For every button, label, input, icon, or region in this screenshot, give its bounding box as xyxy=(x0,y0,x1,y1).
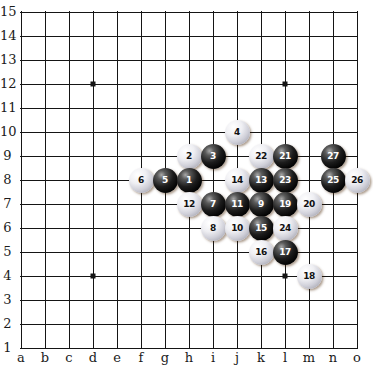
intersection-n8[interactable]: 25 xyxy=(321,168,345,192)
intersection-j4[interactable] xyxy=(225,264,249,288)
intersection-f14[interactable] xyxy=(129,24,153,48)
intersection-c14[interactable] xyxy=(57,24,81,48)
stone-move-number: 15 xyxy=(255,223,267,233)
intersection-j6[interactable]: 10 xyxy=(225,216,249,240)
intersection-m4[interactable]: 18 xyxy=(297,264,321,288)
intersection-l13[interactable] xyxy=(273,48,297,72)
white-stone-16: 16 xyxy=(249,240,274,265)
intersection-f13[interactable] xyxy=(129,48,153,72)
row-label-7: 7 xyxy=(0,197,15,211)
black-stone-7: 7 xyxy=(201,192,226,217)
intersection-l2[interactable] xyxy=(273,312,297,336)
intersection-j15[interactable] xyxy=(225,0,249,24)
intersection-o15[interactable] xyxy=(345,0,369,24)
intersection-g15[interactable] xyxy=(153,0,177,24)
intersection-i7[interactable]: 7 xyxy=(201,192,225,216)
white-stone-10: 10 xyxy=(225,216,250,241)
intersection-m11[interactable] xyxy=(297,96,321,120)
intersection-b5[interactable] xyxy=(33,240,57,264)
intersection-g5[interactable] xyxy=(153,240,177,264)
intersection-c8[interactable] xyxy=(57,168,81,192)
black-stone-15: 15 xyxy=(249,216,274,241)
intersection-e12[interactable] xyxy=(105,72,129,96)
board-grid[interactable]: 4232221276511413232526127119192081015241… xyxy=(9,0,369,360)
intersection-b13[interactable] xyxy=(33,48,57,72)
column-label-l: l xyxy=(278,351,292,364)
intersection-n6[interactable] xyxy=(321,216,345,240)
intersection-b11[interactable] xyxy=(33,96,57,120)
intersection-g6[interactable] xyxy=(153,216,177,240)
intersection-g8[interactable]: 5 xyxy=(153,168,177,192)
intersection-b6[interactable] xyxy=(33,216,57,240)
intersection-f15[interactable] xyxy=(129,0,153,24)
row-label-6: 6 xyxy=(0,221,15,235)
intersection-o2[interactable] xyxy=(345,312,369,336)
black-stone-9: 9 xyxy=(249,192,274,217)
intersection-e11[interactable] xyxy=(105,96,129,120)
intersection-g11[interactable] xyxy=(153,96,177,120)
intersection-i12[interactable] xyxy=(201,72,225,96)
intersection-c4[interactable] xyxy=(57,264,81,288)
stone-move-number: 24 xyxy=(279,223,291,233)
stone-move-number: 5 xyxy=(162,175,168,185)
intersection-h3[interactable] xyxy=(177,288,201,312)
black-stone-23: 23 xyxy=(273,168,298,193)
intersection-l7[interactable]: 19 xyxy=(273,192,297,216)
intersection-n12[interactable] xyxy=(321,72,345,96)
stone-move-number: 17 xyxy=(279,247,291,257)
intersection-j13[interactable] xyxy=(225,48,249,72)
stone-move-number: 9 xyxy=(258,199,264,209)
column-label-m: m xyxy=(302,351,316,364)
intersection-h14[interactable] xyxy=(177,24,201,48)
intersection-h9[interactable]: 2 xyxy=(177,144,201,168)
intersection-h11[interactable] xyxy=(177,96,201,120)
intersection-b7[interactable] xyxy=(33,192,57,216)
intersection-e14[interactable] xyxy=(105,24,129,48)
white-stone-12: 12 xyxy=(177,192,202,217)
intersection-k7[interactable]: 9 xyxy=(249,192,273,216)
stone-move-number: 18 xyxy=(303,271,315,281)
intersection-j3[interactable] xyxy=(225,288,249,312)
intersection-n10[interactable] xyxy=(321,120,345,144)
intersection-g14[interactable] xyxy=(153,24,177,48)
stone-move-number: 12 xyxy=(183,199,195,209)
stone-move-number: 7 xyxy=(210,199,216,209)
intersection-o4[interactable] xyxy=(345,264,369,288)
intersection-e2[interactable] xyxy=(105,312,129,336)
black-stone-5: 5 xyxy=(153,168,178,193)
intersection-e10[interactable] xyxy=(105,120,129,144)
intersection-j12[interactable] xyxy=(225,72,249,96)
row-label-2: 2 xyxy=(0,317,15,331)
intersection-k11[interactable] xyxy=(249,96,273,120)
stone-move-number: 13 xyxy=(255,175,267,185)
intersection-d3[interactable] xyxy=(81,288,105,312)
intersection-d5[interactable] xyxy=(81,240,105,264)
white-stone-24: 24 xyxy=(273,216,298,241)
intersection-o8[interactable]: 26 xyxy=(345,168,369,192)
intersection-g12[interactable] xyxy=(153,72,177,96)
intersection-i8[interactable] xyxy=(201,168,225,192)
stone-move-number: 1 xyxy=(186,175,192,185)
stone-move-number: 22 xyxy=(255,151,267,161)
intersection-f4[interactable] xyxy=(129,264,153,288)
intersection-e7[interactable] xyxy=(105,192,129,216)
intersection-g4[interactable] xyxy=(153,264,177,288)
stone-move-number: 14 xyxy=(231,175,243,185)
intersection-f3[interactable] xyxy=(129,288,153,312)
intersection-d14[interactable] xyxy=(81,24,105,48)
intersection-i10[interactable] xyxy=(201,120,225,144)
white-stone-18: 18 xyxy=(297,264,322,289)
intersection-f10[interactable] xyxy=(129,120,153,144)
intersection-f8[interactable]: 6 xyxy=(129,168,153,192)
stone-move-number: 19 xyxy=(279,199,291,209)
stone-move-number: 11 xyxy=(231,199,243,209)
row-label-9: 9 xyxy=(0,149,15,163)
black-stone-3: 3 xyxy=(201,144,226,169)
intersection-o10[interactable] xyxy=(345,120,369,144)
intersection-l10[interactable] xyxy=(273,120,297,144)
intersection-i15[interactable] xyxy=(201,0,225,24)
stone-move-number: 23 xyxy=(279,175,291,185)
intersection-k5[interactable]: 16 xyxy=(249,240,273,264)
intersection-k8[interactable]: 13 xyxy=(249,168,273,192)
intersection-l11[interactable] xyxy=(273,96,297,120)
stone-move-number: 20 xyxy=(303,199,315,209)
intersection-l15[interactable] xyxy=(273,0,297,24)
intersection-n11[interactable] xyxy=(321,96,345,120)
column-label-c: c xyxy=(62,351,76,364)
intersection-l4-star-point[interactable] xyxy=(273,264,297,288)
intersection-m13[interactable] xyxy=(297,48,321,72)
intersection-d6[interactable] xyxy=(81,216,105,240)
stone-move-number: 10 xyxy=(231,223,243,233)
intersection-b3[interactable] xyxy=(33,288,57,312)
intersection-c12[interactable] xyxy=(57,72,81,96)
intersection-h12[interactable] xyxy=(177,72,201,96)
intersection-j10[interactable]: 4 xyxy=(225,120,249,144)
intersection-g10[interactable] xyxy=(153,120,177,144)
stone-move-number: 21 xyxy=(279,151,291,161)
intersection-l14[interactable] xyxy=(273,24,297,48)
intersection-o13[interactable] xyxy=(345,48,369,72)
stone-move-number: 26 xyxy=(351,175,363,185)
intersection-o9[interactable] xyxy=(345,144,369,168)
black-stone-25: 25 xyxy=(321,168,346,193)
intersection-e9[interactable] xyxy=(105,144,129,168)
intersection-d2[interactable] xyxy=(81,312,105,336)
intersection-c10[interactable] xyxy=(57,120,81,144)
intersection-d11[interactable] xyxy=(81,96,105,120)
intersection-c9[interactable] xyxy=(57,144,81,168)
intersection-o3[interactable] xyxy=(345,288,369,312)
intersection-d13[interactable] xyxy=(81,48,105,72)
intersection-l9[interactable]: 21 xyxy=(273,144,297,168)
intersection-h15[interactable] xyxy=(177,0,201,24)
black-stone-17: 17 xyxy=(273,240,298,265)
intersection-j14[interactable] xyxy=(225,24,249,48)
intersection-n7[interactable] xyxy=(321,192,345,216)
row-label-1: 1 xyxy=(0,341,15,355)
white-stone-20: 20 xyxy=(297,192,322,217)
column-label-h: h xyxy=(182,351,196,364)
intersection-o11[interactable] xyxy=(345,96,369,120)
intersection-b2[interactable] xyxy=(33,312,57,336)
intersection-c13[interactable] xyxy=(57,48,81,72)
intersection-l6[interactable]: 24 xyxy=(273,216,297,240)
intersection-j2[interactable] xyxy=(225,312,249,336)
intersection-b9[interactable] xyxy=(33,144,57,168)
intersection-l12-star-point[interactable] xyxy=(273,72,297,96)
intersection-f7[interactable] xyxy=(129,192,153,216)
intersection-k6[interactable]: 15 xyxy=(249,216,273,240)
column-label-d: d xyxy=(86,351,100,364)
intersection-k12[interactable] xyxy=(249,72,273,96)
stone-move-number: 2 xyxy=(186,151,192,161)
intersection-i4[interactable] xyxy=(201,264,225,288)
intersection-m5[interactable] xyxy=(297,240,321,264)
intersection-g3[interactable] xyxy=(153,288,177,312)
intersection-c15[interactable] xyxy=(57,0,81,24)
intersection-i13[interactable] xyxy=(201,48,225,72)
intersection-o6[interactable] xyxy=(345,216,369,240)
intersection-m2[interactable] xyxy=(297,312,321,336)
intersection-d8[interactable] xyxy=(81,168,105,192)
row-label-11: 11 xyxy=(0,101,15,115)
intersection-n14[interactable] xyxy=(321,24,345,48)
intersection-i6[interactable]: 8 xyxy=(201,216,225,240)
black-stone-11: 11 xyxy=(225,192,250,217)
intersection-e6[interactable] xyxy=(105,216,129,240)
intersection-e15[interactable] xyxy=(105,0,129,24)
intersection-h8-star-point[interactable]: 1 xyxy=(177,168,201,192)
intersection-c7[interactable] xyxy=(57,192,81,216)
intersection-n5[interactable] xyxy=(321,240,345,264)
intersection-f9[interactable] xyxy=(129,144,153,168)
intersection-m14[interactable] xyxy=(297,24,321,48)
intersection-d9[interactable] xyxy=(81,144,105,168)
intersection-j8[interactable]: 14 xyxy=(225,168,249,192)
row-label-5: 5 xyxy=(0,245,15,259)
intersection-n3[interactable] xyxy=(321,288,345,312)
column-label-g: g xyxy=(158,351,172,364)
intersection-e4[interactable] xyxy=(105,264,129,288)
white-stone-22: 22 xyxy=(249,144,274,169)
intersection-m10[interactable] xyxy=(297,120,321,144)
stone-move-number: 4 xyxy=(234,127,240,137)
intersection-n2[interactable] xyxy=(321,312,345,336)
intersection-g9[interactable] xyxy=(153,144,177,168)
intersection-h13[interactable] xyxy=(177,48,201,72)
intersection-c3[interactable] xyxy=(57,288,81,312)
intersection-e13[interactable] xyxy=(105,48,129,72)
intersection-i14[interactable] xyxy=(201,24,225,48)
intersection-f2[interactable] xyxy=(129,312,153,336)
intersection-f5[interactable] xyxy=(129,240,153,264)
intersection-c11[interactable] xyxy=(57,96,81,120)
intersection-c2[interactable] xyxy=(57,312,81,336)
white-stone-14: 14 xyxy=(225,168,250,193)
black-stone-27: 27 xyxy=(321,144,346,169)
column-label-a: a xyxy=(14,351,28,364)
intersection-d10[interactable] xyxy=(81,120,105,144)
white-stone-2: 2 xyxy=(177,144,202,169)
intersection-d7[interactable] xyxy=(81,192,105,216)
black-stone-21: 21 xyxy=(273,144,298,169)
intersection-h7[interactable]: 12 xyxy=(177,192,201,216)
column-label-j: j xyxy=(230,351,244,364)
black-stone-19: 19 xyxy=(273,192,298,217)
intersection-k13[interactable] xyxy=(249,48,273,72)
white-stone-4: 4 xyxy=(225,120,250,145)
intersection-o14[interactable] xyxy=(345,24,369,48)
intersection-m7[interactable]: 20 xyxy=(297,192,321,216)
intersection-h5[interactable] xyxy=(177,240,201,264)
intersection-m3[interactable] xyxy=(297,288,321,312)
intersection-k9[interactable]: 22 xyxy=(249,144,273,168)
row-label-3: 3 xyxy=(0,293,15,307)
intersection-n13[interactable] xyxy=(321,48,345,72)
row-label-15: 15 xyxy=(0,5,15,19)
column-label-b: b xyxy=(38,351,52,364)
white-stone-6: 6 xyxy=(129,168,154,193)
intersection-b12[interactable] xyxy=(33,72,57,96)
intersection-b14[interactable] xyxy=(33,24,57,48)
row-label-12: 12 xyxy=(0,77,15,91)
column-label-n: n xyxy=(326,351,340,364)
row-label-10: 10 xyxy=(0,125,15,139)
intersection-g2[interactable] xyxy=(153,312,177,336)
intersection-f6[interactable] xyxy=(129,216,153,240)
intersection-n15[interactable] xyxy=(321,0,345,24)
intersection-o7[interactable] xyxy=(345,192,369,216)
gomoku-board-screenshot: 4232221276511413232526127119192081015241… xyxy=(0,0,373,371)
intersection-e5[interactable] xyxy=(105,240,129,264)
intersection-g13[interactable] xyxy=(153,48,177,72)
stone-move-number: 8 xyxy=(210,223,216,233)
intersection-m6[interactable] xyxy=(297,216,321,240)
intersection-d12-star-point[interactable] xyxy=(81,72,105,96)
intersection-b15[interactable] xyxy=(33,0,57,24)
intersection-k10[interactable] xyxy=(249,120,273,144)
intersection-l3[interactable] xyxy=(273,288,297,312)
column-label-e: e xyxy=(110,351,124,364)
intersection-o5[interactable] xyxy=(345,240,369,264)
stone-move-number: 25 xyxy=(327,175,339,185)
intersection-i5[interactable] xyxy=(201,240,225,264)
white-stone-8: 8 xyxy=(201,216,226,241)
black-stone-1: 1 xyxy=(177,168,202,193)
intersection-h6[interactable] xyxy=(177,216,201,240)
white-stone-26: 26 xyxy=(345,168,370,193)
stone-move-number: 16 xyxy=(255,247,267,257)
intersection-e3[interactable] xyxy=(105,288,129,312)
intersection-i11[interactable] xyxy=(201,96,225,120)
column-label-k: k xyxy=(254,351,268,364)
black-stone-13: 13 xyxy=(249,168,274,193)
intersection-k3[interactable] xyxy=(249,288,273,312)
intersection-m9[interactable] xyxy=(297,144,321,168)
intersection-m12[interactable] xyxy=(297,72,321,96)
row-label-4: 4 xyxy=(0,269,15,283)
intersection-l8[interactable]: 23 xyxy=(273,168,297,192)
intersection-m8[interactable] xyxy=(297,168,321,192)
intersection-d4-star-point[interactable] xyxy=(81,264,105,288)
intersection-j11[interactable] xyxy=(225,96,249,120)
intersection-h10[interactable] xyxy=(177,120,201,144)
intersection-b10[interactable] xyxy=(33,120,57,144)
stone-move-number: 6 xyxy=(138,175,144,185)
intersection-e8[interactable] xyxy=(105,168,129,192)
intersection-o12[interactable] xyxy=(345,72,369,96)
intersection-n4[interactable] xyxy=(321,264,345,288)
intersection-l5[interactable]: 17 xyxy=(273,240,297,264)
intersection-d15[interactable] xyxy=(81,0,105,24)
intersection-h2[interactable] xyxy=(177,312,201,336)
intersection-b8[interactable] xyxy=(33,168,57,192)
stone-move-number: 27 xyxy=(327,151,339,161)
row-label-14: 14 xyxy=(0,29,15,43)
intersection-f12[interactable] xyxy=(129,72,153,96)
intersection-m15[interactable] xyxy=(297,0,321,24)
intersection-j5[interactable] xyxy=(225,240,249,264)
intersection-i2[interactable] xyxy=(201,312,225,336)
row-label-8: 8 xyxy=(0,173,15,187)
intersection-i9[interactable]: 3 xyxy=(201,144,225,168)
intersection-j7[interactable]: 11 xyxy=(225,192,249,216)
intersection-k4[interactable] xyxy=(249,264,273,288)
column-label-f: f xyxy=(134,351,148,364)
intersection-b4[interactable] xyxy=(33,264,57,288)
intersection-j9[interactable] xyxy=(225,144,249,168)
stone-move-number: 3 xyxy=(210,151,216,161)
column-label-i: i xyxy=(206,351,220,364)
intersection-k2[interactable] xyxy=(249,312,273,336)
intersection-f11[interactable] xyxy=(129,96,153,120)
column-label-o: o xyxy=(350,351,364,364)
intersection-k15[interactable] xyxy=(249,0,273,24)
intersection-i3[interactable] xyxy=(201,288,225,312)
row-label-13: 13 xyxy=(0,53,15,67)
intersection-g7[interactable] xyxy=(153,192,177,216)
intersection-c5[interactable] xyxy=(57,240,81,264)
intersection-n9[interactable]: 27 xyxy=(321,144,345,168)
intersection-c6[interactable] xyxy=(57,216,81,240)
intersection-k14[interactable] xyxy=(249,24,273,48)
intersection-h4[interactable] xyxy=(177,264,201,288)
